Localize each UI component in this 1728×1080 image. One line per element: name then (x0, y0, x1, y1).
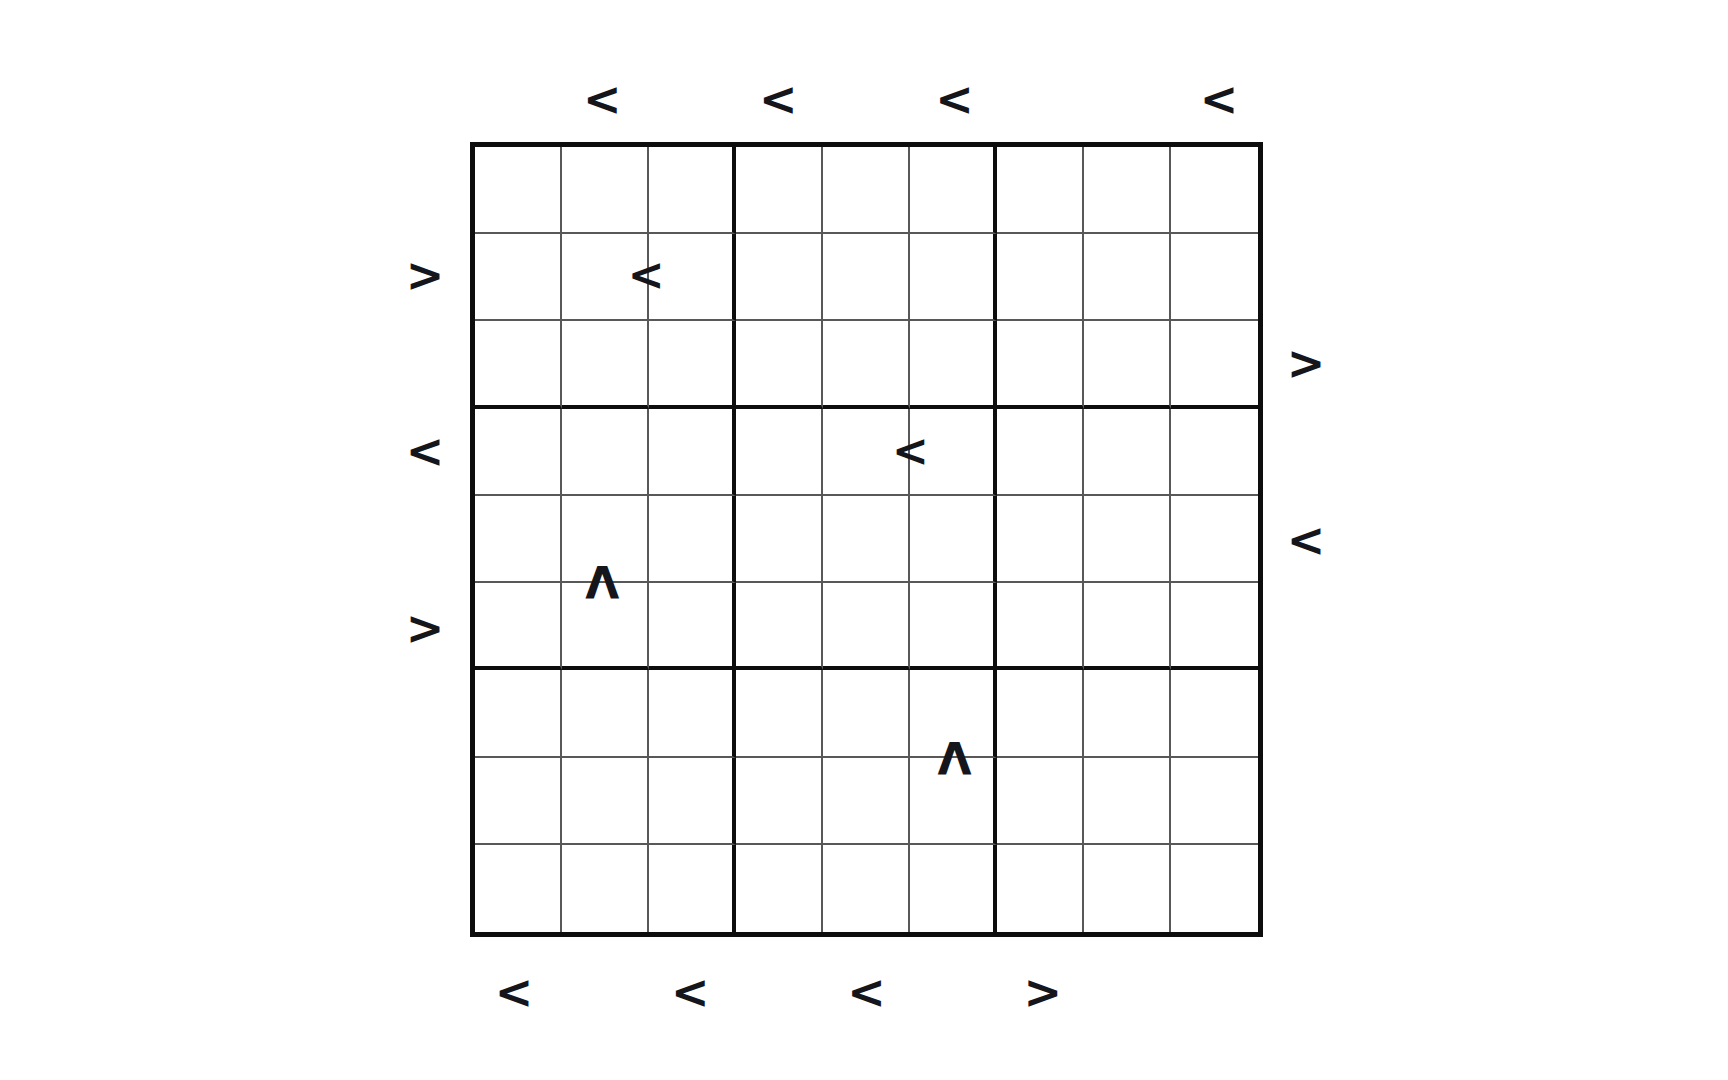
cell-r7c7[interactable] (997, 670, 1084, 757)
cell-r9c9[interactable] (1171, 845, 1258, 932)
cell-r3c8[interactable] (1084, 321, 1171, 408)
outside-clue-bottom-1: < (495, 969, 534, 1015)
outside-clue-top-1: < (583, 76, 622, 122)
cell-r5c8[interactable] (1084, 496, 1171, 583)
cell-r9c3[interactable] (649, 845, 736, 932)
cell-r7c9[interactable] (1171, 670, 1258, 757)
cell-r6c4[interactable] (736, 583, 823, 670)
cell-r9c1[interactable] (475, 845, 562, 932)
cell-r2c1[interactable] (475, 234, 562, 321)
cell-r2c7[interactable] (997, 234, 1084, 321)
inequality-marker-2: < (892, 429, 929, 473)
cell-r1c5[interactable] (823, 147, 910, 234)
cell-r4c7[interactable] (997, 409, 1084, 496)
cell-r8c2[interactable] (562, 758, 649, 845)
cell-r4c3[interactable] (649, 409, 736, 496)
cell-r5c5[interactable] (823, 496, 910, 583)
cell-r1c6[interactable] (910, 147, 997, 234)
cell-r8c3[interactable] (649, 758, 736, 845)
cell-r1c1[interactable] (475, 147, 562, 234)
cell-r3c6[interactable] (910, 321, 997, 408)
cell-r6c3[interactable] (649, 583, 736, 670)
cell-r5c9[interactable] (1171, 496, 1258, 583)
cell-r7c1[interactable] (475, 670, 562, 757)
cell-r1c7[interactable] (997, 147, 1084, 234)
cell-r6c1[interactable] (475, 583, 562, 670)
cell-r4c1[interactable] (475, 409, 562, 496)
cell-r5c1[interactable] (475, 496, 562, 583)
cell-r4c4[interactable] (736, 409, 823, 496)
outside-clue-bottom-4: > (1023, 969, 1062, 1015)
cell-r2c6[interactable] (910, 234, 997, 321)
inequality-marker-4: Λ (938, 738, 972, 782)
cell-r4c9[interactable] (1171, 409, 1258, 496)
cell-r6c9[interactable] (1171, 583, 1258, 670)
outside-clue-left-1: > (406, 252, 445, 298)
puzzle-canvas: <<ΛΛ<<<<<<<>><>>< (0, 0, 1728, 1080)
inequality-marker-1: < (628, 253, 665, 297)
cell-r3c3[interactable] (649, 321, 736, 408)
cell-r3c1[interactable] (475, 321, 562, 408)
cell-r8c5[interactable] (823, 758, 910, 845)
cell-r9c4[interactable] (736, 845, 823, 932)
sudoku-board (470, 142, 1263, 937)
cell-r2c5[interactable] (823, 234, 910, 321)
cell-r1c2[interactable] (562, 147, 649, 234)
cell-r9c6[interactable] (910, 845, 997, 932)
cell-r5c7[interactable] (997, 496, 1084, 583)
cell-r2c9[interactable] (1171, 234, 1258, 321)
cell-r1c4[interactable] (736, 147, 823, 234)
cell-r6c8[interactable] (1084, 583, 1171, 670)
cell-r1c8[interactable] (1084, 147, 1171, 234)
cell-r7c8[interactable] (1084, 670, 1171, 757)
cell-r5c3[interactable] (649, 496, 736, 583)
cell-r2c4[interactable] (736, 234, 823, 321)
cell-r8c1[interactable] (475, 758, 562, 845)
cell-r4c8[interactable] (1084, 409, 1171, 496)
outside-clue-bottom-3: < (847, 969, 886, 1015)
outside-clue-right-1: > (1287, 340, 1326, 386)
cell-r7c2[interactable] (562, 670, 649, 757)
cell-r6c5[interactable] (823, 583, 910, 670)
cell-r8c8[interactable] (1084, 758, 1171, 845)
cell-r8c4[interactable] (736, 758, 823, 845)
cell-r3c5[interactable] (823, 321, 910, 408)
cell-r1c9[interactable] (1171, 147, 1258, 234)
cell-r5c6[interactable] (910, 496, 997, 583)
cell-r9c2[interactable] (562, 845, 649, 932)
cell-r9c8[interactable] (1084, 845, 1171, 932)
cell-r6c7[interactable] (997, 583, 1084, 670)
cell-r9c7[interactable] (997, 845, 1084, 932)
outside-clue-top-4: < (1200, 76, 1239, 122)
cell-r7c5[interactable] (823, 670, 910, 757)
cell-r3c9[interactable] (1171, 321, 1258, 408)
cell-r7c3[interactable] (649, 670, 736, 757)
cell-r7c4[interactable] (736, 670, 823, 757)
cell-r6c6[interactable] (910, 583, 997, 670)
cell-r8c9[interactable] (1171, 758, 1258, 845)
inequality-marker-3: Λ (585, 562, 619, 606)
cell-r3c2[interactable] (562, 321, 649, 408)
outside-clue-right-2: < (1287, 517, 1326, 563)
cell-r9c5[interactable] (823, 845, 910, 932)
outside-clue-left-2: < (406, 428, 445, 474)
outside-clue-top-2: < (759, 76, 798, 122)
cell-r1c3[interactable] (649, 147, 736, 234)
cell-r4c2[interactable] (562, 409, 649, 496)
cell-r3c4[interactable] (736, 321, 823, 408)
outside-clue-top-3: < (935, 76, 974, 122)
cell-r2c8[interactable] (1084, 234, 1171, 321)
outside-clue-bottom-2: < (671, 969, 710, 1015)
outside-clue-left-3: > (406, 605, 445, 651)
cell-r8c7[interactable] (997, 758, 1084, 845)
cell-r5c4[interactable] (736, 496, 823, 583)
cell-r3c7[interactable] (997, 321, 1084, 408)
